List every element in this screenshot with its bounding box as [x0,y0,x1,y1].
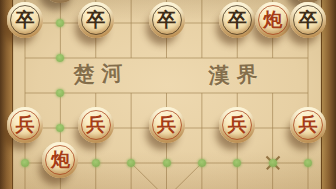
piece-black-pawn[interactable]: 卒 [78,2,114,38]
piece-character: 炮 [51,150,70,169]
move-hint-dot[interactable] [127,159,135,167]
piece-black-pawn[interactable]: 卒 [149,2,185,38]
piece-character: 卒 [228,10,247,29]
move-hint-dot[interactable] [56,19,64,27]
piece-character: 卒 [299,10,318,29]
piece-black-pawn[interactable]: 卒 [219,2,255,38]
move-hint-dot[interactable] [21,159,29,167]
move-hint-dot[interactable] [304,159,312,167]
piece-character: 兵 [157,115,176,134]
move-hint-dot[interactable] [56,124,64,132]
river-label-chu-he: 楚河 [66,59,130,89]
piece-character: 兵 [228,115,247,134]
piece-character: 炮 [263,10,282,29]
piece-black-pawn[interactable]: 卒 [7,2,43,38]
piece-character: 兵 [16,115,35,134]
move-hint-dot[interactable] [56,54,64,62]
piece-character: 兵 [86,115,105,134]
piece-red-cannon[interactable]: 炮 [42,142,78,178]
xiangqi-board[interactable]: 楚河 漢界 卒卒卒卒炮卒兵兵兵兵兵炮 [0,0,336,189]
piece-character: 卒 [157,10,176,29]
move-hint-dot[interactable] [198,159,206,167]
piece-red-pawn[interactable]: 兵 [219,107,255,143]
piece-character: 卒 [16,10,35,29]
piece-character: 兵 [299,115,318,134]
piece-red-pawn[interactable]: 兵 [290,107,326,143]
move-hint-dot[interactable] [269,159,277,167]
piece-red-pawn[interactable]: 兵 [78,107,114,143]
piece-red-cannon[interactable]: 炮 [255,2,291,38]
move-hint-dot[interactable] [163,159,171,167]
move-hint-dot[interactable] [56,89,64,97]
move-hint-dot[interactable] [92,159,100,167]
piece-black-pawn[interactable]: 卒 [290,2,326,38]
river-label-han-jie: 漢界 [201,60,265,90]
piece-red-pawn[interactable]: 兵 [149,107,185,143]
piece-character: 卒 [86,10,105,29]
piece-red-pawn[interactable]: 兵 [7,107,43,143]
move-hint-dot[interactable] [233,159,241,167]
